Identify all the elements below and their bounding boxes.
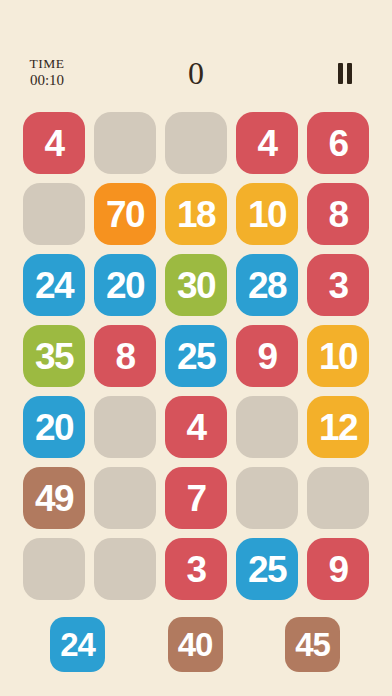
tile-45[interactable]: 45	[285, 617, 340, 672]
empty-cell	[94, 396, 156, 458]
tile-25[interactable]: 25	[165, 325, 227, 387]
tile-25[interactable]: 25	[236, 538, 298, 600]
tile-8[interactable]: 8	[94, 325, 156, 387]
tile-4[interactable]: 4	[236, 112, 298, 174]
tile-24[interactable]: 24	[23, 254, 85, 316]
tile-40[interactable]: 40	[168, 617, 223, 672]
empty-cell	[94, 112, 156, 174]
tile-35[interactable]: 35	[23, 325, 85, 387]
tile-28[interactable]: 28	[236, 254, 298, 316]
tile-9[interactable]: 9	[307, 538, 369, 600]
tile-4[interactable]: 4	[23, 112, 85, 174]
tile-20[interactable]: 20	[23, 396, 85, 458]
tile-12[interactable]: 12	[307, 396, 369, 458]
timer-label: TIME	[24, 56, 70, 72]
top-bar: TIME 00:10 0	[0, 50, 392, 96]
empty-cell	[94, 538, 156, 600]
game-screen: TIME 00:10 0 446701810824203028335825910…	[0, 50, 392, 696]
tile-10[interactable]: 10	[307, 325, 369, 387]
tile-18[interactable]: 18	[165, 183, 227, 245]
empty-cell	[23, 183, 85, 245]
tile-10[interactable]: 10	[236, 183, 298, 245]
empty-cell	[94, 467, 156, 529]
tile-30[interactable]: 30	[165, 254, 227, 316]
tile-4[interactable]: 4	[165, 396, 227, 458]
pause-button[interactable]	[322, 57, 368, 89]
timer: TIME 00:10	[24, 56, 70, 90]
tile-20[interactable]: 20	[94, 254, 156, 316]
empty-cell	[23, 538, 85, 600]
empty-cell	[165, 112, 227, 174]
tile-49[interactable]: 49	[23, 467, 85, 529]
tile-8[interactable]: 8	[307, 183, 369, 245]
tray: 244045	[50, 617, 340, 672]
timer-value: 00:10	[24, 72, 70, 90]
tile-70[interactable]: 70	[94, 183, 156, 245]
tile-3[interactable]: 3	[307, 254, 369, 316]
tile-6[interactable]: 6	[307, 112, 369, 174]
board-grid: 446701810824203028335825910204124973259	[23, 112, 369, 600]
tile-9[interactable]: 9	[236, 325, 298, 387]
empty-cell	[236, 467, 298, 529]
tile-3[interactable]: 3	[165, 538, 227, 600]
tile-7[interactable]: 7	[165, 467, 227, 529]
score-value: 0	[70, 57, 322, 89]
pause-icon	[338, 63, 352, 84]
empty-cell	[307, 467, 369, 529]
empty-cell	[236, 396, 298, 458]
tile-24[interactable]: 24	[50, 617, 105, 672]
